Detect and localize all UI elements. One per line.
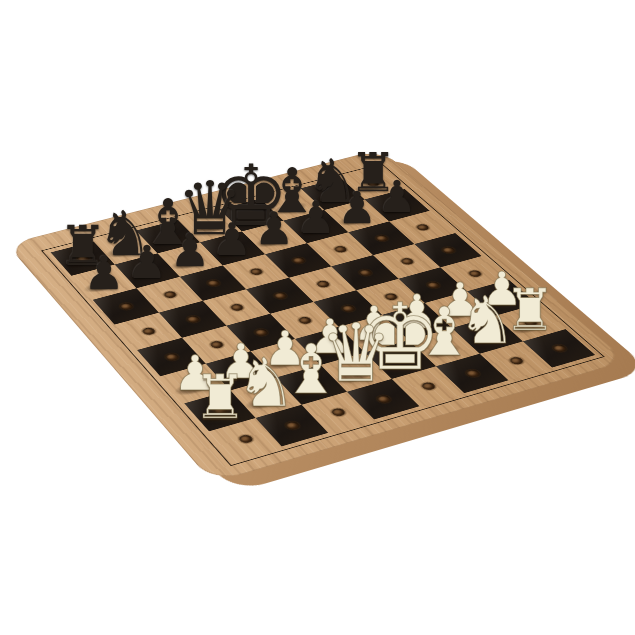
peg-hole (205, 279, 221, 287)
peg-hole (329, 407, 346, 417)
peg-hole (466, 269, 482, 277)
peg-hole (252, 328, 268, 337)
peg-hole (296, 316, 312, 325)
peg-hole (243, 211, 258, 219)
peg-hole (284, 200, 299, 208)
peg-hole (163, 352, 179, 361)
peg-hole (451, 305, 468, 314)
peg-hole (182, 255, 198, 263)
peg-hole (225, 244, 241, 252)
peg-hole (303, 380, 320, 390)
peg-hole (365, 329, 382, 338)
product-photo-background: ♜♞♝♛♚♝♞♜♟♟♟♟♟♟♟♟♟♟♟♟♟♟♟♟♜♞♝♛♚♝♞♜ (0, 0, 635, 635)
peg-hole (389, 201, 405, 209)
peg-hole (493, 293, 510, 302)
peg-hole (408, 317, 425, 326)
peg-hole (374, 394, 391, 404)
peg-hole (349, 212, 365, 220)
peg-hole (414, 223, 430, 231)
peg-hole (392, 355, 409, 364)
peg-hole (75, 254, 90, 262)
peg-hole (160, 232, 175, 240)
peg-hole (325, 190, 340, 198)
chess-board (51, 168, 595, 460)
peg-hole (228, 303, 244, 312)
peg-hole (118, 243, 133, 251)
peg-hole (277, 353, 294, 362)
peg-hole (339, 304, 355, 313)
peg-hole (507, 356, 524, 365)
peg-hole (96, 278, 112, 286)
peg-hole (521, 318, 538, 327)
peg-hole (308, 222, 324, 230)
peg-hole (399, 257, 415, 265)
peg-hole (321, 341, 338, 350)
peg-hole (365, 180, 380, 188)
peg-hole (272, 291, 288, 300)
peg-hole (479, 330, 496, 339)
peg-hole (382, 292, 398, 301)
peg-hole (424, 281, 440, 290)
peg-hole (373, 234, 389, 242)
peg-hole (202, 222, 217, 230)
peg-hole (211, 406, 228, 416)
peg-hole (347, 367, 364, 376)
peg-hole (139, 266, 155, 274)
peg-hole (162, 290, 178, 299)
peg-hole (314, 280, 330, 288)
peg-hole (332, 245, 348, 253)
peg-hole (436, 342, 453, 351)
peg-hole (184, 315, 200, 324)
peg-hole (248, 267, 264, 275)
peg-hole (283, 420, 300, 430)
peg-hole (357, 268, 373, 276)
peg-hole (232, 366, 249, 375)
peg-hole (257, 393, 274, 403)
peg-hole (187, 379, 204, 388)
peg-hole (463, 369, 480, 378)
peg-hole (208, 340, 224, 349)
peg-hole (290, 256, 306, 264)
peg-hole (118, 302, 134, 311)
peg-hole (140, 327, 156, 336)
peg-hole (440, 246, 456, 254)
peg-hole (266, 233, 282, 241)
peg-hole (419, 381, 436, 391)
peg-hole (236, 434, 253, 444)
peg-hole (550, 344, 567, 353)
